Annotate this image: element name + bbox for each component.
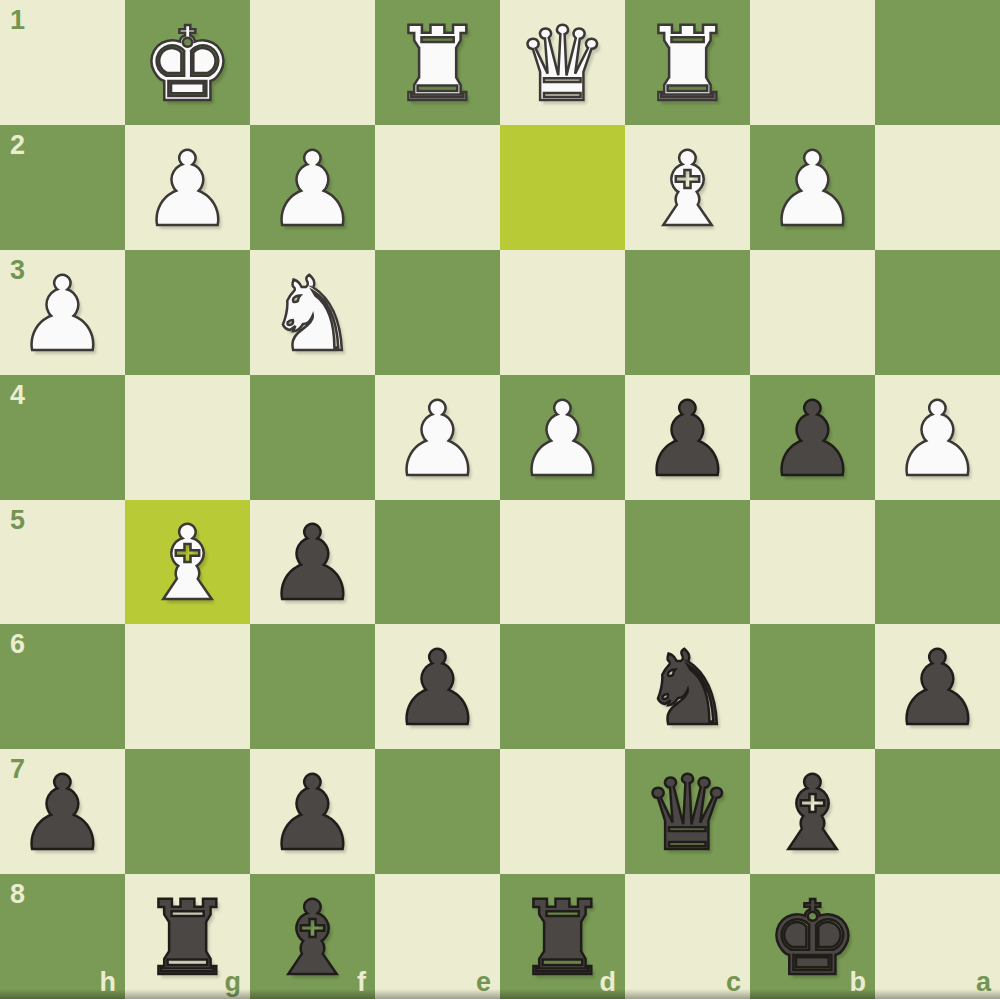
square-a3[interactable] bbox=[875, 250, 1000, 375]
square-g5[interactable]: ♝ bbox=[125, 500, 250, 625]
square-g2[interactable]: ♟ bbox=[125, 125, 250, 250]
chess-board: 1♚♜♛♜2♟♟♝♟3♟♞4♟♟♟♟♟5♝♟6♟♞♟7♟♟♛♝8hg♜f♝ed♜… bbox=[0, 0, 1000, 999]
white-pawn[interactable]: ♟ bbox=[266, 138, 358, 241]
square-e4[interactable]: ♟ bbox=[375, 375, 500, 500]
rank-label-5: 5 bbox=[10, 507, 25, 534]
square-c7[interactable]: ♛ bbox=[625, 749, 750, 874]
square-d8[interactable]: d♜ bbox=[500, 874, 625, 999]
square-a6[interactable]: ♟ bbox=[875, 624, 1000, 749]
square-d4[interactable]: ♟ bbox=[500, 375, 625, 500]
square-d5[interactable] bbox=[500, 500, 625, 625]
square-b8[interactable]: b♚ bbox=[750, 874, 875, 999]
white-pawn[interactable]: ♟ bbox=[766, 138, 858, 241]
square-h6[interactable]: 6 bbox=[0, 624, 125, 749]
black-pawn[interactable]: ♟ bbox=[16, 762, 108, 865]
rank-label-4: 4 bbox=[10, 382, 25, 409]
square-a4[interactable]: ♟ bbox=[875, 375, 1000, 500]
square-d3[interactable] bbox=[500, 250, 625, 375]
square-c4[interactable]: ♟ bbox=[625, 375, 750, 500]
black-pawn[interactable]: ♟ bbox=[641, 388, 733, 491]
square-g1[interactable]: ♚ bbox=[125, 0, 250, 125]
black-pawn[interactable]: ♟ bbox=[766, 388, 858, 491]
square-g7[interactable] bbox=[125, 749, 250, 874]
file-label-a: a bbox=[976, 969, 991, 996]
black-pawn[interactable]: ♟ bbox=[391, 637, 483, 740]
square-a2[interactable] bbox=[875, 125, 1000, 250]
board-grid: 1♚♜♛♜2♟♟♝♟3♟♞4♟♟♟♟♟5♝♟6♟♞♟7♟♟♛♝8hg♜f♝ed♜… bbox=[0, 0, 1000, 999]
square-c3[interactable] bbox=[625, 250, 750, 375]
square-h3[interactable]: 3♟ bbox=[0, 250, 125, 375]
white-pawn[interactable]: ♟ bbox=[141, 138, 233, 241]
square-d1[interactable]: ♛ bbox=[500, 0, 625, 125]
square-h5[interactable]: 5 bbox=[0, 500, 125, 625]
rank-label-8: 8 bbox=[10, 881, 25, 908]
square-f8[interactable]: f♝ bbox=[250, 874, 375, 999]
square-h1[interactable]: 1 bbox=[0, 0, 125, 125]
square-b2[interactable]: ♟ bbox=[750, 125, 875, 250]
white-pawn[interactable]: ♟ bbox=[16, 263, 108, 366]
black-rook[interactable]: ♜ bbox=[141, 887, 233, 990]
black-bishop[interactable]: ♝ bbox=[766, 762, 858, 865]
square-c5[interactable] bbox=[625, 500, 750, 625]
square-g8[interactable]: g♜ bbox=[125, 874, 250, 999]
square-d6[interactable] bbox=[500, 624, 625, 749]
square-b4[interactable]: ♟ bbox=[750, 375, 875, 500]
white-pawn[interactable]: ♟ bbox=[891, 388, 983, 491]
black-pawn[interactable]: ♟ bbox=[266, 762, 358, 865]
white-pawn[interactable]: ♟ bbox=[391, 388, 483, 491]
white-king[interactable]: ♚ bbox=[141, 13, 233, 116]
square-e3[interactable] bbox=[375, 250, 500, 375]
square-h2[interactable]: 2 bbox=[0, 125, 125, 250]
white-rook[interactable]: ♜ bbox=[641, 13, 733, 116]
square-f1[interactable] bbox=[250, 0, 375, 125]
square-d7[interactable] bbox=[500, 749, 625, 874]
square-e5[interactable] bbox=[375, 500, 500, 625]
square-c8[interactable]: c bbox=[625, 874, 750, 999]
black-pawn[interactable]: ♟ bbox=[266, 512, 358, 615]
black-queen[interactable]: ♛ bbox=[641, 762, 733, 865]
square-c1[interactable]: ♜ bbox=[625, 0, 750, 125]
square-f5[interactable]: ♟ bbox=[250, 500, 375, 625]
black-pawn[interactable]: ♟ bbox=[891, 637, 983, 740]
square-g6[interactable] bbox=[125, 624, 250, 749]
square-b5[interactable] bbox=[750, 500, 875, 625]
square-h7[interactable]: 7♟ bbox=[0, 749, 125, 874]
white-queen[interactable]: ♛ bbox=[516, 13, 608, 116]
black-king[interactable]: ♚ bbox=[766, 887, 858, 990]
square-a5[interactable] bbox=[875, 500, 1000, 625]
rank-label-6: 6 bbox=[10, 631, 25, 658]
black-bishop[interactable]: ♝ bbox=[266, 887, 358, 990]
square-f4[interactable] bbox=[250, 375, 375, 500]
rank-label-2: 2 bbox=[10, 132, 25, 159]
square-c2[interactable]: ♝ bbox=[625, 125, 750, 250]
white-bishop[interactable]: ♝ bbox=[641, 138, 733, 241]
file-label-c: c bbox=[726, 969, 741, 996]
square-b6[interactable] bbox=[750, 624, 875, 749]
rank-label-1: 1 bbox=[10, 7, 25, 34]
square-e6[interactable]: ♟ bbox=[375, 624, 500, 749]
black-knight[interactable]: ♞ bbox=[641, 637, 733, 740]
square-f6[interactable] bbox=[250, 624, 375, 749]
white-pawn[interactable]: ♟ bbox=[516, 388, 608, 491]
square-d2[interactable] bbox=[500, 125, 625, 250]
square-b3[interactable] bbox=[750, 250, 875, 375]
white-knight[interactable]: ♞ bbox=[266, 263, 358, 366]
square-h8[interactable]: 8h bbox=[0, 874, 125, 999]
file-label-e: e bbox=[476, 969, 491, 996]
square-f7[interactable]: ♟ bbox=[250, 749, 375, 874]
square-a7[interactable] bbox=[875, 749, 1000, 874]
square-f3[interactable]: ♞ bbox=[250, 250, 375, 375]
square-b1[interactable] bbox=[750, 0, 875, 125]
white-rook[interactable]: ♜ bbox=[391, 13, 483, 116]
square-g4[interactable] bbox=[125, 375, 250, 500]
square-a8[interactable]: a bbox=[875, 874, 1000, 999]
square-g3[interactable] bbox=[125, 250, 250, 375]
square-e2[interactable] bbox=[375, 125, 500, 250]
square-f2[interactable]: ♟ bbox=[250, 125, 375, 250]
square-h4[interactable]: 4 bbox=[0, 375, 125, 500]
square-b7[interactable]: ♝ bbox=[750, 749, 875, 874]
black-rook[interactable]: ♜ bbox=[516, 887, 608, 990]
square-e8[interactable]: e bbox=[375, 874, 500, 999]
square-c6[interactable]: ♞ bbox=[625, 624, 750, 749]
white-bishop[interactable]: ♝ bbox=[141, 512, 233, 615]
square-e1[interactable]: ♜ bbox=[375, 0, 500, 125]
file-label-h: h bbox=[100, 969, 117, 996]
square-e7[interactable] bbox=[375, 749, 500, 874]
square-a1[interactable] bbox=[875, 0, 1000, 125]
